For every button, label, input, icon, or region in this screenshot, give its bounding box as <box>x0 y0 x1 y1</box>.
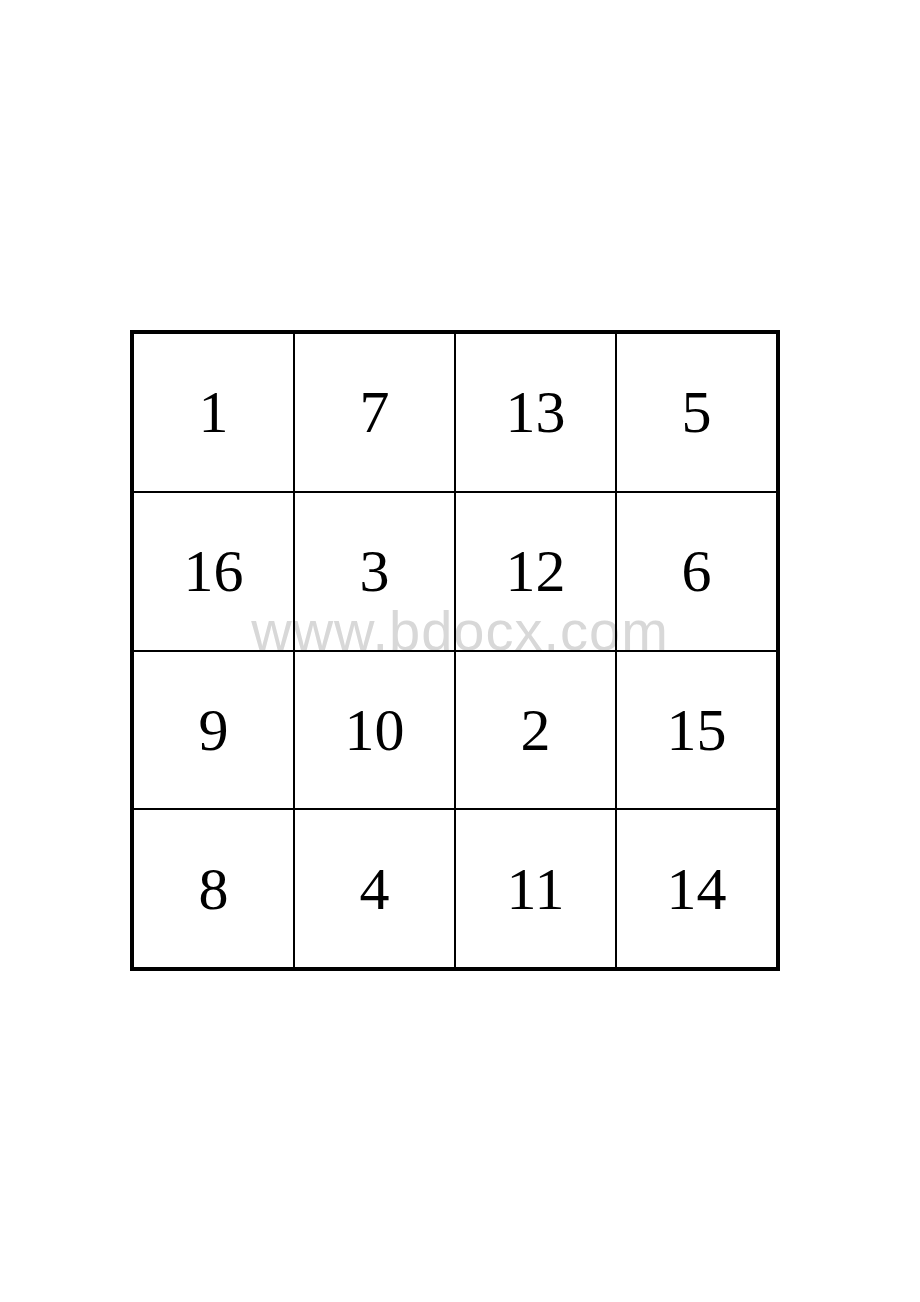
grid-cell-r2c0: 9 <box>133 651 294 810</box>
grid-cell-r2c1: 10 <box>294 651 455 810</box>
grid-cell-r3c3: 14 <box>616 809 777 968</box>
grid-cell-r3c2: 11 <box>455 809 616 968</box>
number-grid-board: 1 7 13 5 16 3 12 6 9 10 2 15 8 4 11 14 <box>130 330 780 971</box>
grid-cell-r3c0: 8 <box>133 809 294 968</box>
grid-cell-r1c0: 16 <box>133 492 294 651</box>
grid-cell-r1c2: 12 <box>455 492 616 651</box>
grid-cell-r0c1: 7 <box>294 333 455 492</box>
grid-cell-r3c1: 4 <box>294 809 455 968</box>
document-page: www.bdocx.com 1 7 13 5 16 3 12 6 9 10 2 … <box>0 0 920 1302</box>
grid-cell-r1c3: 6 <box>616 492 777 651</box>
grid-cell-r0c0: 1 <box>133 333 294 492</box>
grid-cell-r2c3: 15 <box>616 651 777 810</box>
grid-cell-r1c1: 3 <box>294 492 455 651</box>
grid-cell-r2c2: 2 <box>455 651 616 810</box>
grid-cell-r0c3: 5 <box>616 333 777 492</box>
grid-cell-r0c2: 13 <box>455 333 616 492</box>
